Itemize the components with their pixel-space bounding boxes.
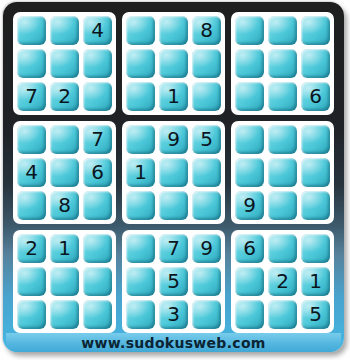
cell-r2c1[interactable] — [17, 49, 46, 78]
cell-r9c3[interactable] — [83, 300, 112, 329]
cell-r9c9[interactable]: 5 — [301, 300, 330, 329]
cell-r7c3[interactable] — [83, 234, 112, 263]
cell-r4c1[interactable] — [17, 125, 46, 154]
cell-r6c9[interactable] — [301, 191, 330, 220]
cell-r8c5[interactable]: 5 — [159, 267, 188, 296]
cell-r3c1[interactable]: 7 — [17, 82, 46, 111]
cell-r9c6[interactable] — [192, 300, 221, 329]
cell-r3c6[interactable] — [192, 82, 221, 111]
cell-r8c1[interactable] — [17, 267, 46, 296]
cell-r1c7[interactable] — [235, 16, 264, 45]
cell-r5c3[interactable]: 6 — [83, 158, 112, 187]
cell-r1c2[interactable] — [50, 16, 79, 45]
site-url[interactable]: www.sudokusweb.com — [81, 335, 265, 351]
box-5: 951 — [122, 121, 225, 224]
sudoku-grid: 472816746895192179536215 — [13, 12, 334, 333]
cell-r9c1[interactable] — [17, 300, 46, 329]
cell-r6c6[interactable] — [192, 191, 221, 220]
cell-r9c7[interactable] — [235, 300, 264, 329]
cell-r5c8[interactable] — [268, 158, 297, 187]
cell-r1c1[interactable] — [17, 16, 46, 45]
cell-r1c6[interactable]: 8 — [192, 16, 221, 45]
cell-r8c3[interactable] — [83, 267, 112, 296]
cell-r7c1[interactable]: 2 — [17, 234, 46, 263]
cell-r4c7[interactable] — [235, 125, 264, 154]
cell-r2c4[interactable] — [126, 49, 155, 78]
cell-r7c9[interactable] — [301, 234, 330, 263]
cell-r1c8[interactable] — [268, 16, 297, 45]
cell-r3c3[interactable] — [83, 82, 112, 111]
cell-r2c8[interactable] — [268, 49, 297, 78]
cell-r7c4[interactable] — [126, 234, 155, 263]
cell-r2c9[interactable] — [301, 49, 330, 78]
box-7: 21 — [13, 230, 116, 333]
cell-r5c1[interactable]: 4 — [17, 158, 46, 187]
sudoku-board: 472816746895192179536215 www.sudokusweb.… — [3, 2, 344, 352]
cell-r8c9[interactable]: 1 — [301, 267, 330, 296]
cell-r5c7[interactable] — [235, 158, 264, 187]
cell-r4c3[interactable]: 7 — [83, 125, 112, 154]
box-2: 81 — [122, 12, 225, 115]
cell-r8c8[interactable]: 2 — [268, 267, 297, 296]
cell-r5c2[interactable] — [50, 158, 79, 187]
box-3: 6 — [231, 12, 334, 115]
cell-r7c7[interactable]: 6 — [235, 234, 264, 263]
cell-r4c2[interactable] — [50, 125, 79, 154]
cell-r9c4[interactable] — [126, 300, 155, 329]
cell-r1c9[interactable] — [301, 16, 330, 45]
cell-r6c7[interactable]: 9 — [235, 191, 264, 220]
cell-r2c5[interactable] — [159, 49, 188, 78]
cell-r5c6[interactable] — [192, 158, 221, 187]
cell-r4c6[interactable]: 5 — [192, 125, 221, 154]
cell-r2c2[interactable] — [50, 49, 79, 78]
cell-r7c8[interactable] — [268, 234, 297, 263]
cell-r3c5[interactable]: 1 — [159, 82, 188, 111]
cell-r8c2[interactable] — [50, 267, 79, 296]
box-6: 9 — [231, 121, 334, 224]
cell-r4c4[interactable] — [126, 125, 155, 154]
cell-r2c3[interactable] — [83, 49, 112, 78]
cell-r4c8[interactable] — [268, 125, 297, 154]
box-9: 6215 — [231, 230, 334, 333]
cell-r6c3[interactable] — [83, 191, 112, 220]
cell-r6c8[interactable] — [268, 191, 297, 220]
cell-r6c1[interactable] — [17, 191, 46, 220]
cell-r2c7[interactable] — [235, 49, 264, 78]
box-8: 7953 — [122, 230, 225, 333]
cell-r4c9[interactable] — [301, 125, 330, 154]
cell-r3c4[interactable] — [126, 82, 155, 111]
cell-r9c5[interactable]: 3 — [159, 300, 188, 329]
cell-r8c7[interactable] — [235, 267, 264, 296]
cell-r6c2[interactable]: 8 — [50, 191, 79, 220]
cell-r5c9[interactable] — [301, 158, 330, 187]
cell-r7c5[interactable]: 7 — [159, 234, 188, 263]
cell-r3c9[interactable]: 6 — [301, 82, 330, 111]
cell-r3c8[interactable] — [268, 82, 297, 111]
cell-r9c8[interactable] — [268, 300, 297, 329]
cell-r7c6[interactable]: 9 — [192, 234, 221, 263]
footer-bar: www.sudokusweb.com — [6, 333, 341, 352]
cell-r8c6[interactable] — [192, 267, 221, 296]
cell-r1c4[interactable] — [126, 16, 155, 45]
box-4: 7468 — [13, 121, 116, 224]
cell-r1c3[interactable]: 4 — [83, 16, 112, 45]
cell-r2c6[interactable] — [192, 49, 221, 78]
cell-r5c4[interactable]: 1 — [126, 158, 155, 187]
cell-r1c5[interactable] — [159, 16, 188, 45]
cell-r7c2[interactable]: 1 — [50, 234, 79, 263]
cell-r4c5[interactable]: 9 — [159, 125, 188, 154]
cell-r6c4[interactable] — [126, 191, 155, 220]
cell-r3c7[interactable] — [235, 82, 264, 111]
cell-r6c5[interactable] — [159, 191, 188, 220]
cell-r8c4[interactable] — [126, 267, 155, 296]
box-1: 472 — [13, 12, 116, 115]
cell-r5c5[interactable] — [159, 158, 188, 187]
cell-r3c2[interactable]: 2 — [50, 82, 79, 111]
cell-r9c2[interactable] — [50, 300, 79, 329]
